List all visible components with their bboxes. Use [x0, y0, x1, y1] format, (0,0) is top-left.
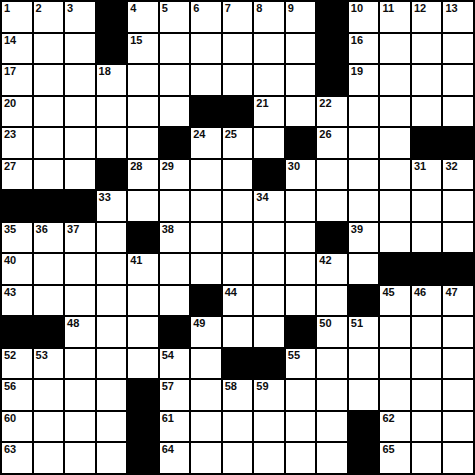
- clue-number: 58: [225, 380, 237, 393]
- cell-r6c2[interactable]: [34, 160, 64, 190]
- crossword-grid: 1234567891011121314151617181920212223242…: [0, 0, 475, 475]
- cell-r6c13[interactable]: [380, 160, 410, 190]
- cell-r2c1[interactable]: 14: [2, 34, 32, 64]
- cell-r10c13[interactable]: 45: [380, 286, 410, 316]
- black-cell-r14c12: [349, 412, 379, 442]
- clue-number: 57: [162, 380, 174, 393]
- cell-r13c2[interactable]: [34, 380, 64, 410]
- cell-r7c5[interactable]: [128, 191, 158, 221]
- cell-r3c13[interactable]: [380, 65, 410, 95]
- black-cell-r6c9: [254, 160, 284, 190]
- cell-r12c4[interactable]: [97, 349, 127, 379]
- cell-r6c7[interactable]: [191, 160, 221, 190]
- cell-r7c7[interactable]: [191, 191, 221, 221]
- cell-r15c6[interactable]: 64: [160, 443, 190, 473]
- clue-number: 6: [193, 2, 199, 15]
- cell-r1c12[interactable]: 10: [349, 2, 379, 32]
- cell-r9c1[interactable]: 40: [2, 254, 32, 284]
- black-cell-r14c5: [128, 412, 158, 442]
- cell-r14c7[interactable]: [191, 412, 221, 442]
- clue-number: 49: [193, 317, 205, 330]
- clue-number: 51: [351, 317, 363, 330]
- cell-r12c5[interactable]: [128, 349, 158, 379]
- cell-r11c8[interactable]: [223, 317, 253, 347]
- cell-r11c13[interactable]: [380, 317, 410, 347]
- black-cell-r1c4: [97, 2, 127, 32]
- clue-number: 3: [67, 2, 73, 15]
- clue-number: 4: [130, 2, 136, 15]
- clue-number: 39: [351, 223, 363, 236]
- cell-r7c15[interactable]: [443, 191, 473, 221]
- cell-r5c7[interactable]: 24: [191, 128, 221, 158]
- cell-r3c12[interactable]: 19: [349, 65, 379, 95]
- cell-r5c8[interactable]: 25: [223, 128, 253, 158]
- black-cell-r2c11: [317, 34, 347, 64]
- cell-r8c2[interactable]: 36: [34, 223, 64, 253]
- cell-r13c15[interactable]: [443, 380, 473, 410]
- clue-number: 63: [4, 443, 16, 456]
- cell-r6c3[interactable]: [65, 160, 95, 190]
- cell-r4c15[interactable]: [443, 97, 473, 127]
- clue-number: 5: [162, 2, 168, 15]
- cell-r3c6[interactable]: [160, 65, 190, 95]
- black-cell-r10c12: [349, 286, 379, 316]
- black-cell-r13c5: [128, 380, 158, 410]
- cell-r4c10[interactable]: [286, 97, 316, 127]
- cell-r14c11[interactable]: [317, 412, 347, 442]
- cell-r13c14[interactable]: [412, 380, 442, 410]
- cell-r7c13[interactable]: [380, 191, 410, 221]
- cell-r14c13[interactable]: 62: [380, 412, 410, 442]
- cell-r8c14[interactable]: [412, 223, 442, 253]
- clue-number: 32: [445, 160, 457, 173]
- cell-r12c14[interactable]: [412, 349, 442, 379]
- clue-number: 15: [130, 34, 142, 47]
- black-cell-r4c8: [223, 97, 253, 127]
- cell-r3c8[interactable]: [223, 65, 253, 95]
- cell-r12c6[interactable]: 54: [160, 349, 190, 379]
- cell-r9c8[interactable]: [223, 254, 253, 284]
- clue-number: 21: [256, 97, 268, 110]
- cell-r5c13[interactable]: [380, 128, 410, 158]
- cell-r13c8[interactable]: 58: [223, 380, 253, 410]
- clue-number: 53: [36, 349, 48, 362]
- cell-r11c9[interactable]: [254, 317, 284, 347]
- clue-number: 20: [4, 97, 16, 110]
- black-cell-r5c15: [443, 128, 473, 158]
- clue-number: 22: [319, 97, 331, 110]
- cell-r10c9[interactable]: [254, 286, 284, 316]
- cell-r9c4[interactable]: [97, 254, 127, 284]
- clue-number: 47: [445, 286, 457, 299]
- clue-number: 59: [256, 380, 268, 393]
- cell-r12c1[interactable]: 52: [2, 349, 32, 379]
- cell-r10c4[interactable]: [97, 286, 127, 316]
- cell-r10c14[interactable]: 46: [412, 286, 442, 316]
- black-cell-r5c6: [160, 128, 190, 158]
- clue-number: 60: [4, 412, 16, 425]
- cell-r1c6[interactable]: 5: [160, 2, 190, 32]
- cell-r1c7[interactable]: 6: [191, 2, 221, 32]
- clue-number: 18: [99, 65, 111, 78]
- cell-r6c15[interactable]: 32: [443, 160, 473, 190]
- cell-r11c4[interactable]: [97, 317, 127, 347]
- black-cell-r11c2: [34, 317, 64, 347]
- cell-r2c5[interactable]: 15: [128, 34, 158, 64]
- cell-r3c7[interactable]: [191, 65, 221, 95]
- cell-r14c9[interactable]: [254, 412, 284, 442]
- cell-r14c4[interactable]: [97, 412, 127, 442]
- black-cell-r12c9: [254, 349, 284, 379]
- black-cell-r11c10: [286, 317, 316, 347]
- cell-r1c10[interactable]: 9: [286, 2, 316, 32]
- clue-number: 48: [67, 317, 79, 330]
- cell-r7c9[interactable]: 34: [254, 191, 284, 221]
- cell-r7c6[interactable]: [160, 191, 190, 221]
- cell-r7c12[interactable]: [349, 191, 379, 221]
- black-cell-r11c1: [2, 317, 32, 347]
- clue-number: 19: [351, 65, 363, 78]
- cell-r10c2[interactable]: [34, 286, 64, 316]
- cell-r1c3[interactable]: 3: [65, 2, 95, 32]
- clue-number: 54: [162, 349, 174, 362]
- black-cell-r15c5: [128, 443, 158, 473]
- cell-r15c9[interactable]: [254, 443, 284, 473]
- clue-number: 34: [256, 191, 268, 204]
- cell-r8c15[interactable]: [443, 223, 473, 253]
- clue-number: 29: [162, 160, 174, 173]
- cell-r6c1[interactable]: 27: [2, 160, 32, 190]
- cell-r15c10[interactable]: [286, 443, 316, 473]
- cell-r6c6[interactable]: 29: [160, 160, 190, 190]
- cell-r7c10[interactable]: [286, 191, 316, 221]
- cell-r4c3[interactable]: [65, 97, 95, 127]
- cell-r14c15[interactable]: [443, 412, 473, 442]
- clue-number: 23: [4, 128, 16, 141]
- black-cell-r9c15: [443, 254, 473, 284]
- clue-number: 27: [4, 160, 16, 173]
- cell-r1c9[interactable]: 8: [254, 2, 284, 32]
- clue-number: 44: [225, 286, 237, 299]
- clue-number: 61: [162, 412, 174, 425]
- clue-number: 62: [382, 412, 394, 425]
- cell-r6c5[interactable]: 28: [128, 160, 158, 190]
- cell-r1c13[interactable]: 11: [380, 2, 410, 32]
- cell-r9c12[interactable]: [349, 254, 379, 284]
- clue-number: 55: [288, 349, 300, 362]
- cell-r4c5[interactable]: [128, 97, 158, 127]
- cell-r15c2[interactable]: [34, 443, 64, 473]
- black-cell-r15c12: [349, 443, 379, 473]
- cell-r14c3[interactable]: [65, 412, 95, 442]
- clue-number: 2: [36, 2, 42, 15]
- cell-r15c15[interactable]: [443, 443, 473, 473]
- cell-r1c2[interactable]: 2: [34, 2, 64, 32]
- clue-number: 24: [193, 128, 205, 141]
- cell-r4c13[interactable]: [380, 97, 410, 127]
- clue-number: 26: [319, 128, 331, 141]
- clue-number: 52: [4, 349, 16, 362]
- cell-r3c9[interactable]: [254, 65, 284, 95]
- black-cell-r7c2: [34, 191, 64, 221]
- clue-number: 65: [382, 443, 394, 456]
- cell-r13c7[interactable]: [191, 380, 221, 410]
- cell-r13c11[interactable]: [317, 380, 347, 410]
- cell-r11c12[interactable]: 51: [349, 317, 379, 347]
- cell-r12c2[interactable]: 53: [34, 349, 64, 379]
- clue-number: 37: [67, 223, 79, 236]
- cell-r14c2[interactable]: [34, 412, 64, 442]
- cell-r15c8[interactable]: [223, 443, 253, 473]
- cell-r7c11[interactable]: [317, 191, 347, 221]
- clue-number: 12: [414, 2, 426, 15]
- cell-r6c10[interactable]: 30: [286, 160, 316, 190]
- cell-r8c1[interactable]: 35: [2, 223, 32, 253]
- clue-number: 43: [4, 286, 16, 299]
- clue-number: 46: [414, 286, 426, 299]
- clue-number: 17: [4, 65, 16, 78]
- cell-r8c12[interactable]: 39: [349, 223, 379, 253]
- clue-number: 10: [351, 2, 363, 15]
- cell-r3c15[interactable]: [443, 65, 473, 95]
- cell-r1c5[interactable]: 4: [128, 2, 158, 32]
- clue-number: 9: [288, 2, 294, 15]
- black-cell-r6c4: [97, 160, 127, 190]
- cell-r13c1[interactable]: 56: [2, 380, 32, 410]
- cell-r8c9[interactable]: [254, 223, 284, 253]
- cell-r5c11[interactable]: 26: [317, 128, 347, 158]
- cell-r5c3[interactable]: [65, 128, 95, 158]
- cell-r12c11[interactable]: [317, 349, 347, 379]
- clue-number: 1: [4, 2, 10, 15]
- cell-r2c9[interactable]: [254, 34, 284, 64]
- cell-r4c1[interactable]: 20: [2, 97, 32, 127]
- clue-number: 16: [351, 34, 363, 47]
- cell-r9c2[interactable]: [34, 254, 64, 284]
- clue-number: 35: [4, 223, 16, 236]
- black-cell-r12c8: [223, 349, 253, 379]
- cell-r2c7[interactable]: [191, 34, 221, 64]
- cell-r12c3[interactable]: [65, 349, 95, 379]
- cell-r11c15[interactable]: [443, 317, 473, 347]
- cell-r5c2[interactable]: [34, 128, 64, 158]
- cell-r11c7[interactable]: 49: [191, 317, 221, 347]
- clue-number: 56: [4, 380, 16, 393]
- cell-r10c15[interactable]: 47: [443, 286, 473, 316]
- cell-r10c11[interactable]: [317, 286, 347, 316]
- cell-r2c12[interactable]: 16: [349, 34, 379, 64]
- cell-r15c13[interactable]: 65: [380, 443, 410, 473]
- clue-number: 14: [4, 34, 16, 47]
- cell-r2c2[interactable]: [34, 34, 64, 64]
- clue-number: 40: [4, 254, 16, 267]
- cell-r9c5[interactable]: 41: [128, 254, 158, 284]
- clue-number: 36: [36, 223, 48, 236]
- cell-r14c14[interactable]: [412, 412, 442, 442]
- cell-r4c4[interactable]: [97, 97, 127, 127]
- cell-r4c14[interactable]: [412, 97, 442, 127]
- cell-r15c14[interactable]: [412, 443, 442, 473]
- cell-r1c15[interactable]: 13: [443, 2, 473, 32]
- black-cell-r7c1: [2, 191, 32, 221]
- black-cell-r8c5: [128, 223, 158, 253]
- cell-r13c9[interactable]: 59: [254, 380, 284, 410]
- cell-r2c10[interactable]: [286, 34, 316, 64]
- cell-r12c7[interactable]: [191, 349, 221, 379]
- cell-r15c3[interactable]: [65, 443, 95, 473]
- cell-r8c3[interactable]: 37: [65, 223, 95, 253]
- cell-r13c13[interactable]: [380, 380, 410, 410]
- cell-r6c14[interactable]: 31: [412, 160, 442, 190]
- cell-r4c11[interactable]: 22: [317, 97, 347, 127]
- cell-r1c1[interactable]: 1: [2, 2, 32, 32]
- cell-r3c2[interactable]: [34, 65, 64, 95]
- cell-r9c3[interactable]: [65, 254, 95, 284]
- cell-r3c14[interactable]: [412, 65, 442, 95]
- black-cell-r5c10: [286, 128, 316, 158]
- cell-r6c8[interactable]: [223, 160, 253, 190]
- cell-r5c12[interactable]: [349, 128, 379, 158]
- cell-r14c10[interactable]: [286, 412, 316, 442]
- cell-r15c7[interactable]: [191, 443, 221, 473]
- cell-r11c5[interactable]: [128, 317, 158, 347]
- clue-number: 41: [130, 254, 142, 267]
- cell-r3c1[interactable]: 17: [2, 65, 32, 95]
- cell-r2c6[interactable]: [160, 34, 190, 64]
- cell-r2c13[interactable]: [380, 34, 410, 64]
- clue-number: 45: [382, 286, 394, 299]
- cell-r8c7[interactable]: [191, 223, 221, 253]
- cell-r8c4[interactable]: [97, 223, 127, 253]
- cell-r2c3[interactable]: [65, 34, 95, 64]
- clue-number: 42: [319, 254, 331, 267]
- cell-r2c14[interactable]: [412, 34, 442, 64]
- cell-r3c5[interactable]: [128, 65, 158, 95]
- clue-number: 31: [414, 160, 426, 173]
- cell-r4c2[interactable]: [34, 97, 64, 127]
- cell-r13c3[interactable]: [65, 380, 95, 410]
- cell-r7c4[interactable]: 33: [97, 191, 127, 221]
- cell-r8c13[interactable]: [380, 223, 410, 253]
- cell-r13c4[interactable]: [97, 380, 127, 410]
- cell-r8c6[interactable]: 38: [160, 223, 190, 253]
- cell-r11c11[interactable]: 50: [317, 317, 347, 347]
- cell-r12c12[interactable]: [349, 349, 379, 379]
- clue-number: 30: [288, 160, 300, 173]
- black-cell-r4c7: [191, 97, 221, 127]
- cell-r12c15[interactable]: [443, 349, 473, 379]
- clue-number: 50: [319, 317, 331, 330]
- cell-r10c3[interactable]: [65, 286, 95, 316]
- clue-number: 38: [162, 223, 174, 236]
- cell-r13c10[interactable]: [286, 380, 316, 410]
- black-cell-r11c6: [160, 317, 190, 347]
- cell-r8c10[interactable]: [286, 223, 316, 253]
- cell-r9c9[interactable]: [254, 254, 284, 284]
- cell-r15c1[interactable]: 63: [2, 443, 32, 473]
- cell-r3c3[interactable]: [65, 65, 95, 95]
- black-cell-r1c11: [317, 2, 347, 32]
- cell-r3c10[interactable]: [286, 65, 316, 95]
- cell-r10c5[interactable]: [128, 286, 158, 316]
- cell-r1c14[interactable]: 12: [412, 2, 442, 32]
- cell-r3c4[interactable]: 18: [97, 65, 127, 95]
- cell-r4c9[interactable]: 21: [254, 97, 284, 127]
- cell-r1c8[interactable]: 7: [223, 2, 253, 32]
- black-cell-r2c4: [97, 34, 127, 64]
- cell-r10c1[interactable]: 43: [2, 286, 32, 316]
- cell-r14c6[interactable]: 61: [160, 412, 190, 442]
- clue-number: 8: [256, 2, 262, 15]
- cell-r10c8[interactable]: 44: [223, 286, 253, 316]
- cell-r10c10[interactable]: [286, 286, 316, 316]
- cell-r7c8[interactable]: [223, 191, 253, 221]
- cell-r9c10[interactable]: [286, 254, 316, 284]
- cell-r9c7[interactable]: [191, 254, 221, 284]
- cell-r13c6[interactable]: 57: [160, 380, 190, 410]
- cell-r5c1[interactable]: 23: [2, 128, 32, 158]
- cell-r5c5[interactable]: [128, 128, 158, 158]
- black-cell-r8c11: [317, 223, 347, 253]
- clue-number: 28: [130, 160, 142, 173]
- black-cell-r9c14: [412, 254, 442, 284]
- cell-r12c13[interactable]: [380, 349, 410, 379]
- cell-r10c6[interactable]: [160, 286, 190, 316]
- cell-r12c10[interactable]: 55: [286, 349, 316, 379]
- clue-number: 64: [162, 443, 174, 456]
- cell-r14c8[interactable]: [223, 412, 253, 442]
- cell-r6c11[interactable]: [317, 160, 347, 190]
- cell-r8c8[interactable]: [223, 223, 253, 253]
- black-cell-r3c11: [317, 65, 347, 95]
- cell-r2c8[interactable]: [223, 34, 253, 64]
- cell-r7c14[interactable]: [412, 191, 442, 221]
- cell-r2c15[interactable]: [443, 34, 473, 64]
- cell-r5c4[interactable]: [97, 128, 127, 158]
- cell-r15c4[interactable]: [97, 443, 127, 473]
- clue-number: 13: [445, 2, 457, 15]
- clue-number: 7: [225, 2, 231, 15]
- cell-r11c3[interactable]: 48: [65, 317, 95, 347]
- black-cell-r9c13: [380, 254, 410, 284]
- clue-number: 11: [382, 2, 394, 15]
- black-cell-r5c14: [412, 128, 442, 158]
- cell-r4c12[interactable]: [349, 97, 379, 127]
- black-cell-r7c3: [65, 191, 95, 221]
- cell-r6c12[interactable]: [349, 160, 379, 190]
- cell-r4c6[interactable]: [160, 97, 190, 127]
- black-cell-r10c7: [191, 286, 221, 316]
- cell-r13c12[interactable]: [349, 380, 379, 410]
- clue-number: 25: [225, 128, 237, 141]
- cell-r9c6[interactable]: [160, 254, 190, 284]
- cell-r5c9[interactable]: [254, 128, 284, 158]
- cell-r15c11[interactable]: [317, 443, 347, 473]
- cell-r11c14[interactable]: [412, 317, 442, 347]
- clue-number: 33: [99, 191, 111, 204]
- cell-r9c11[interactable]: 42: [317, 254, 347, 284]
- cell-r14c1[interactable]: 60: [2, 412, 32, 442]
